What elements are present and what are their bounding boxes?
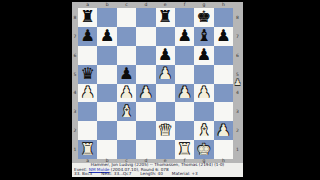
piece-white-king: ♚ xyxy=(197,141,211,157)
square-h6[interactable] xyxy=(214,46,233,65)
game-result: (1-0) xyxy=(214,162,224,167)
square-f5[interactable] xyxy=(175,65,194,84)
piece-white-bishop: ♝ xyxy=(119,103,133,119)
square-h5[interactable] xyxy=(214,65,233,84)
square-g1[interactable]: ♚ xyxy=(194,140,213,159)
piece-white-pawn: ♟ xyxy=(197,84,211,100)
rank-label-1: 1 xyxy=(233,140,242,159)
square-e6[interactable]: ♟ xyxy=(156,46,175,65)
square-b2[interactable] xyxy=(97,121,116,140)
square-a4[interactable]: ♟ xyxy=(78,84,97,103)
piece-white-pawn: ♟ xyxy=(216,122,230,138)
square-g3[interactable] xyxy=(194,102,213,121)
rank-label-6: 6 xyxy=(233,46,242,65)
square-a6[interactable] xyxy=(78,46,97,65)
square-d6[interactable] xyxy=(136,46,155,65)
square-h4[interactable] xyxy=(214,84,233,103)
square-b8[interactable] xyxy=(97,8,116,27)
square-a1[interactable]: ♜ xyxy=(78,140,97,159)
square-e2[interactable]: ♛ xyxy=(156,121,175,140)
square-h7[interactable]: ♟ xyxy=(214,27,233,46)
piece-black-pawn: ♟ xyxy=(158,47,172,63)
square-b4[interactable] xyxy=(97,84,116,103)
square-c8[interactable] xyxy=(117,8,136,27)
square-d3[interactable] xyxy=(136,102,155,121)
square-a8[interactable]: ♜ xyxy=(78,8,97,27)
piece-black-pawn: ♟ xyxy=(119,66,133,82)
square-e7[interactable] xyxy=(156,27,175,46)
rank-label-7: 7 xyxy=(233,27,242,46)
square-e4[interactable] xyxy=(156,84,175,103)
piece-black-bishop: ♝ xyxy=(197,28,211,44)
board[interactable]: ♜♜♚♟♟♟♝♟♟♟♛♟♟♟♟♟♟♟♝♛♝♟♜♜♚ xyxy=(78,8,233,159)
piece-black-queen: ♛ xyxy=(81,66,95,82)
black-player-rating: (2194) xyxy=(199,162,213,167)
square-d1[interactable] xyxy=(136,140,155,159)
square-f8[interactable] xyxy=(175,8,194,27)
square-g8[interactable]: ♚ xyxy=(194,8,213,27)
square-g7[interactable]: ♝ xyxy=(194,27,213,46)
piece-white-pawn: ♟ xyxy=(177,84,191,100)
square-e3[interactable] xyxy=(156,102,175,121)
square-b3[interactable] xyxy=(97,102,116,121)
rank-label-2: 2 xyxy=(233,121,242,140)
piece-black-pawn: ♟ xyxy=(216,28,230,44)
piece-black-rook: ♜ xyxy=(158,9,172,25)
move-info-line: 33. Bxc3 Next: 33...Qc7 Length: 40 Mater… xyxy=(72,172,243,177)
piece-black-rook: ♜ xyxy=(81,9,95,25)
piece-black-pawn: ♟ xyxy=(177,28,191,44)
square-c1[interactable] xyxy=(117,140,136,159)
square-c4[interactable]: ♟ xyxy=(117,84,136,103)
square-f4[interactable]: ♟ xyxy=(175,84,194,103)
square-f7[interactable]: ♟ xyxy=(175,27,194,46)
piece-black-pawn: ♟ xyxy=(100,28,114,44)
piece-white-rook: ♜ xyxy=(177,141,191,157)
square-c6[interactable] xyxy=(117,46,136,65)
square-e1[interactable] xyxy=(156,140,175,159)
square-h1[interactable] xyxy=(214,140,233,159)
square-h2[interactable]: ♟ xyxy=(214,121,233,140)
square-g6[interactable]: ♟ xyxy=(194,46,213,65)
square-d5[interactable] xyxy=(136,65,155,84)
piece-black-pawn: ♟ xyxy=(81,28,95,44)
square-g5[interactable] xyxy=(194,65,213,84)
square-f3[interactable] xyxy=(175,102,194,121)
square-c5[interactable]: ♟ xyxy=(117,65,136,84)
piece-white-queen: ♛ xyxy=(158,122,172,138)
square-c7[interactable] xyxy=(117,27,136,46)
square-d7[interactable] xyxy=(136,27,155,46)
square-b5[interactable] xyxy=(97,65,116,84)
square-a5[interactable]: ♛ xyxy=(78,65,97,84)
white-pawn-icon: ♟ xyxy=(234,79,241,87)
square-f6[interactable] xyxy=(175,46,194,65)
square-b7[interactable]: ♟ xyxy=(97,27,116,46)
piece-white-rook: ♜ xyxy=(81,141,95,157)
square-a3[interactable] xyxy=(78,102,97,121)
square-h8[interactable] xyxy=(214,8,233,27)
square-c3[interactable]: ♝ xyxy=(117,102,136,121)
material-balance: Material: +3 xyxy=(172,172,198,177)
square-d4[interactable]: ♟ xyxy=(136,84,155,103)
game-caption: Hammer, Jon Ludvig (2205) -- Thomassen, … xyxy=(72,163,243,177)
square-h3[interactable] xyxy=(214,102,233,121)
chessboard-frame: abcdefgh 87654321 ♜♜♚♟♟♟♝♟♟♟♛♟♟♟♟♟♟♟♝♛♝♟… xyxy=(72,2,243,163)
rank-label-8: 8 xyxy=(233,8,242,27)
square-e5[interactable]: ♟ xyxy=(156,65,175,84)
square-g4[interactable]: ♟ xyxy=(194,84,213,103)
square-a7[interactable]: ♟ xyxy=(78,27,97,46)
video-frame: abcdefgh 87654321 ♜♜♚♟♟♟♝♟♟♟♛♟♟♟♟♟♟♟♝♛♝♟… xyxy=(0,0,320,180)
square-f1[interactable]: ♜ xyxy=(175,140,194,159)
square-a2[interactable] xyxy=(78,121,97,140)
square-g2[interactable]: ♝ xyxy=(194,121,213,140)
current-move: 33. Bxc3 xyxy=(74,172,92,177)
square-d8[interactable] xyxy=(136,8,155,27)
piece-white-pawn: ♟ xyxy=(158,66,172,82)
square-c2[interactable] xyxy=(117,121,136,140)
piece-white-pawn: ♟ xyxy=(139,84,153,100)
next-move: Next: 33...Qc7 xyxy=(101,172,131,177)
square-e8[interactable]: ♜ xyxy=(156,8,175,27)
square-d2[interactable] xyxy=(136,121,155,140)
square-f2[interactable] xyxy=(175,121,194,140)
piece-white-pawn: ♟ xyxy=(119,84,133,100)
rank-label-3: 3 xyxy=(233,102,242,121)
game-length: Length: 40 xyxy=(140,172,163,177)
piece-black-king: ♚ xyxy=(197,9,211,25)
square-b6[interactable] xyxy=(97,46,116,65)
piece-white-bishop: ♝ xyxy=(197,122,211,138)
square-b1[interactable] xyxy=(97,140,116,159)
piece-white-pawn: ♟ xyxy=(81,84,95,100)
piece-black-pawn: ♟ xyxy=(197,47,211,63)
